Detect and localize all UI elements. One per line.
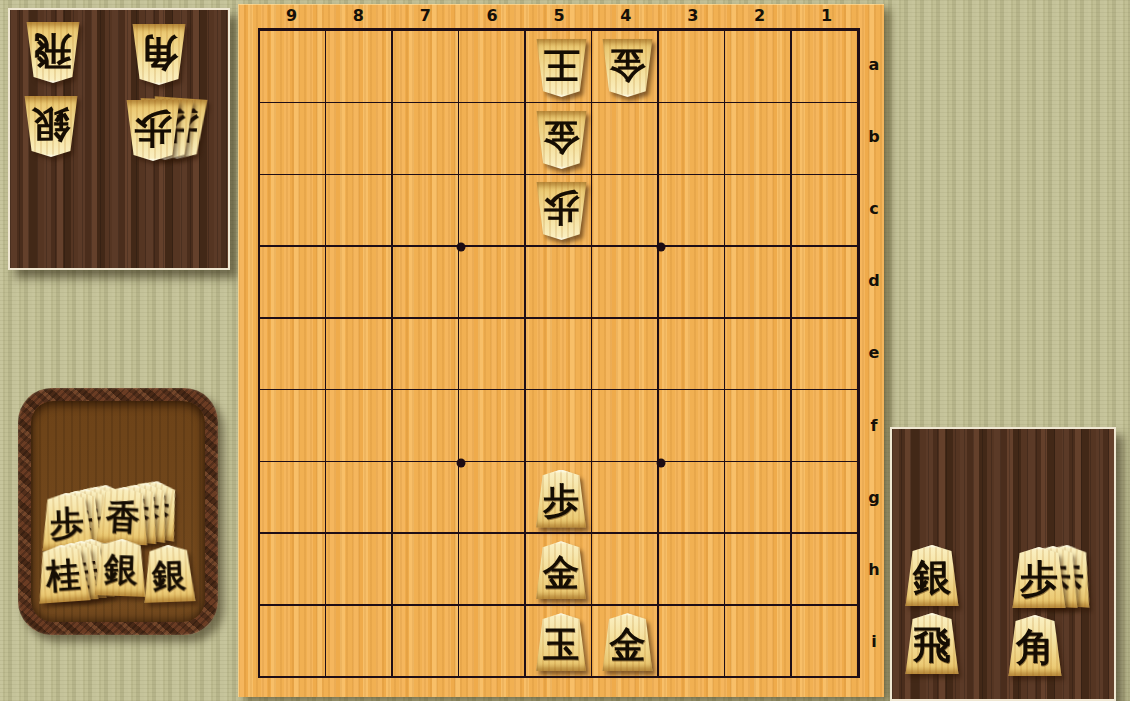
piece-kanji: 香 — [105, 499, 141, 535]
board-cell-6a[interactable] — [461, 32, 527, 104]
board-cell-1g[interactable] — [794, 463, 860, 535]
piece-body: 歩 — [1012, 547, 1066, 608]
piece-kanji: 歩 — [543, 192, 579, 228]
board-piece-5g-sente[interactable]: 歩 — [536, 470, 587, 528]
gote-hand-飛[interactable]: 飛 — [26, 22, 80, 83]
board-cell-2i[interactable] — [727, 606, 793, 678]
board-cell-5e[interactable] — [528, 319, 594, 391]
file-label-8: 8 — [325, 5, 392, 27]
board-piece-5i-sente[interactable]: 玉 — [536, 613, 587, 671]
board-cell-8d[interactable] — [328, 247, 394, 319]
gote-hand-歩-1[interactable]: 歩 — [126, 100, 180, 161]
board-cell-9i[interactable] — [262, 606, 328, 678]
board-cell-2c[interactable] — [727, 176, 793, 248]
board-piece-5b-gote[interactable]: 金 — [536, 111, 587, 169]
board-cell-6b[interactable] — [461, 104, 527, 176]
star-point — [457, 243, 466, 252]
board-cell-4g[interactable] — [594, 463, 660, 535]
file-label-6: 6 — [459, 5, 526, 27]
board-cell-9h[interactable] — [262, 534, 328, 606]
board-cell-7c[interactable] — [395, 176, 461, 248]
board-cell-1b[interactable] — [794, 104, 860, 176]
board-cell-3b[interactable] — [661, 104, 727, 176]
board-cell-3a[interactable] — [661, 32, 727, 104]
piece-body: 金 — [602, 39, 653, 97]
board-cell-2d[interactable] — [727, 247, 793, 319]
board-piece-5a-gote[interactable]: 王 — [536, 39, 587, 97]
board-cell-1h[interactable] — [794, 534, 860, 606]
board-cell-9d[interactable] — [262, 247, 328, 319]
board-cell-9a[interactable] — [262, 32, 328, 104]
piece-body: 桂 — [35, 543, 91, 603]
board-cell-4c[interactable] — [594, 176, 660, 248]
rank-labels: abcdefghi — [862, 28, 886, 678]
gote-captured-tray: 飛角銀歩歩歩 — [8, 8, 230, 270]
piece-body: 金 — [536, 541, 587, 599]
piece-kanji: 銀 — [913, 558, 951, 596]
file-label-3: 3 — [659, 5, 726, 27]
board-cell-8f[interactable] — [328, 391, 394, 463]
piece-body: 銀 — [94, 538, 148, 597]
piece-kanji: 飛 — [913, 626, 951, 664]
piece-body: 金 — [536, 111, 587, 169]
gote-hand-銀[interactable]: 銀 — [24, 96, 78, 157]
rank-label-f: f — [862, 389, 886, 461]
piece-box: 歩歩歩歩歩香香香香桂桂桂桂銀銀 — [18, 388, 218, 635]
board-cell-7f[interactable] — [395, 391, 461, 463]
piece-kanji: 飛 — [34, 32, 72, 70]
piece-kanji: 歩 — [1020, 560, 1058, 598]
piece-kanji: 玉 — [543, 626, 579, 662]
rank-label-i: i — [862, 606, 886, 678]
board-cell-8e[interactable] — [328, 319, 394, 391]
piece-body: 角 — [132, 24, 186, 85]
star-point — [457, 458, 466, 467]
board-cell-2b[interactable] — [727, 104, 793, 176]
board-cell-6e[interactable] — [461, 319, 527, 391]
file-label-7: 7 — [392, 5, 459, 27]
board-cell-9g[interactable] — [262, 463, 328, 535]
piece-body: 王 — [536, 39, 587, 97]
board-cell-7a[interactable] — [395, 32, 461, 104]
board-cell-1d[interactable] — [794, 247, 860, 319]
board-cell-1e[interactable] — [794, 319, 860, 391]
board-cell-1f[interactable] — [794, 391, 860, 463]
board-cell-2a[interactable] — [727, 32, 793, 104]
board-cell-8c[interactable] — [328, 176, 394, 248]
file-label-1: 1 — [793, 5, 860, 27]
board-piece-5c-gote[interactable]: 歩 — [536, 182, 587, 240]
sente-hand-角[interactable]: 角 — [1008, 615, 1062, 676]
piece-kanji: 歩 — [543, 482, 579, 518]
board-cell-4b[interactable] — [594, 104, 660, 176]
piece-kanji: 歩 — [49, 506, 84, 541]
board-cell-7i[interactable] — [395, 606, 461, 678]
piece-body: 金 — [602, 613, 653, 671]
board-cell-7e[interactable] — [395, 319, 461, 391]
box-piece-銀[interactable]: 銀 — [142, 544, 196, 603]
sente-captured-tray: 銀歩歩歩飛角 — [890, 427, 1116, 701]
board-cell-2e[interactable] — [727, 319, 793, 391]
board-cell-9c[interactable] — [262, 176, 328, 248]
board-cell-4f[interactable] — [594, 391, 660, 463]
piece-kanji: 金 — [609, 48, 645, 84]
board-cell-4e[interactable] — [594, 319, 660, 391]
board-cell-8b[interactable] — [328, 104, 394, 176]
piece-body: 歩 — [126, 100, 180, 161]
rank-label-a: a — [862, 28, 886, 100]
file-label-9: 9 — [258, 5, 325, 27]
board-cell-3h[interactable] — [661, 534, 727, 606]
board-cell-3d[interactable] — [661, 247, 727, 319]
board-cell-3i[interactable] — [661, 606, 727, 678]
board-cell-8g[interactable] — [328, 463, 394, 535]
piece-kanji: 角 — [140, 34, 178, 72]
rank-label-h: h — [862, 534, 886, 606]
board-piece-5h-sente[interactable]: 金 — [536, 541, 587, 599]
file-label-4: 4 — [592, 5, 659, 27]
board-cell-8i[interactable] — [328, 606, 394, 678]
piece-body: 銀 — [905, 545, 959, 606]
star-point — [656, 243, 665, 252]
board-cell-3e[interactable] — [661, 319, 727, 391]
sente-hand-銀[interactable]: 銀 — [905, 545, 959, 606]
rank-label-c: c — [862, 172, 886, 244]
piece-kanji: 角 — [1016, 628, 1054, 666]
board-cell-6g[interactable] — [461, 463, 527, 535]
board-cell-1i[interactable] — [794, 606, 860, 678]
board-grid-inner: 王金金歩歩金玉金 — [262, 32, 856, 674]
piece-body: 玉 — [536, 613, 587, 671]
file-labels: 987654321 — [258, 5, 860, 27]
piece-kanji: 桂 — [45, 557, 81, 593]
piece-kanji: 王 — [543, 48, 579, 84]
piece-body: 銀 — [24, 96, 78, 157]
board-cell-6i[interactable] — [461, 606, 527, 678]
piece-body: 角 — [1008, 615, 1062, 676]
board-cell-7b[interactable] — [395, 104, 461, 176]
piece-body: 飛 — [26, 22, 80, 83]
rank-label-b: b — [862, 100, 886, 172]
board-cell-1c[interactable] — [794, 176, 860, 248]
board-cell-9f[interactable] — [262, 391, 328, 463]
box-piece-銀[interactable]: 銀 — [94, 538, 148, 597]
board-cell-6h[interactable] — [461, 534, 527, 606]
star-point — [656, 458, 665, 467]
piece-kanji: 銀 — [103, 552, 138, 587]
board-cell-2h[interactable] — [727, 534, 793, 606]
piece-kanji: 金 — [543, 120, 579, 156]
shogi-board-panel: 987654321 王金金歩歩金玉金 abcdefghi — [238, 4, 884, 697]
board-piece-4a-gote[interactable]: 金 — [602, 39, 653, 97]
rank-label-d: d — [862, 245, 886, 317]
board-cell-9b[interactable] — [262, 104, 328, 176]
board-cell-4d[interactable] — [594, 247, 660, 319]
board-cell-2f[interactable] — [727, 391, 793, 463]
piece-body: 香 — [96, 486, 151, 546]
file-label-2: 2 — [726, 5, 793, 27]
piece-kanji: 金 — [609, 626, 645, 662]
piece-body: 銀 — [142, 544, 196, 603]
board-cell-9e[interactable] — [262, 319, 328, 391]
piece-kanji: 銀 — [32, 106, 70, 144]
board-cell-8h[interactable] — [328, 534, 394, 606]
piece-body: 歩 — [536, 182, 587, 240]
board-cell-7h[interactable] — [395, 534, 461, 606]
board-cell-1a[interactable] — [794, 32, 860, 104]
board-cell-5f[interactable] — [528, 391, 594, 463]
board-cell-3f[interactable] — [661, 391, 727, 463]
box-piece-香[interactable]: 香 — [96, 486, 151, 546]
rank-label-g: g — [862, 461, 886, 533]
sente-hand-飛[interactable]: 飛 — [905, 613, 959, 674]
board-cell-4h[interactable] — [594, 534, 660, 606]
piece-box-interior: 歩歩歩歩歩香香香香桂桂桂桂銀銀 — [31, 401, 205, 622]
board-grid: 王金金歩歩金玉金 — [258, 28, 860, 678]
board-cell-6f[interactable] — [461, 391, 527, 463]
file-label-5: 5 — [526, 5, 593, 27]
board-cell-7g[interactable] — [395, 463, 461, 535]
piece-kanji: 銀 — [151, 558, 186, 593]
board-cell-3c[interactable] — [661, 176, 727, 248]
piece-body: 飛 — [905, 613, 959, 674]
board-cell-2g[interactable] — [727, 463, 793, 535]
board-piece-4i-sente[interactable]: 金 — [602, 613, 653, 671]
piece-kanji: 金 — [543, 554, 579, 590]
board-cell-5d[interactable] — [528, 247, 594, 319]
board-cell-3g[interactable] — [661, 463, 727, 535]
piece-kanji: 歩 — [134, 110, 172, 148]
board-cell-7d[interactable] — [395, 247, 461, 319]
box-piece-桂[interactable]: 桂 — [35, 543, 91, 603]
sente-hand-歩-1[interactable]: 歩 — [1012, 547, 1066, 608]
board-cell-8a[interactable] — [328, 32, 394, 104]
rank-label-e: e — [862, 317, 886, 389]
piece-body: 歩 — [536, 470, 587, 528]
board-cell-6d[interactable] — [461, 247, 527, 319]
board-cell-6c[interactable] — [461, 176, 527, 248]
gote-hand-角[interactable]: 角 — [132, 24, 186, 85]
